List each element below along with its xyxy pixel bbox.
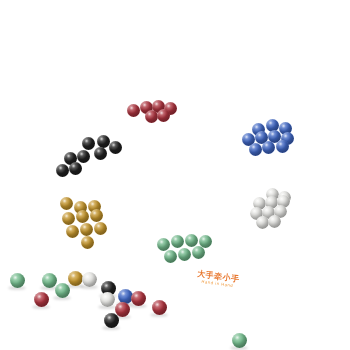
marble-black[interactable] (56, 164, 69, 177)
chess-square (44, 45, 59, 56)
board-hole (118, 200, 132, 212)
chess-square (95, 16, 111, 25)
chess-square: ♞ (93, 8, 108, 17)
chess-square (88, 56, 105, 68)
marble-yellow[interactable] (60, 197, 73, 210)
star-point-lower-right (142, 199, 218, 269)
marble-black[interactable] (97, 135, 110, 148)
board-hole (178, 128, 191, 138)
chess-piece-K[interactable]: ♚ (75, 66, 94, 89)
chess-rank-label: 6 (94, 93, 112, 98)
board-hole (200, 151, 213, 161)
corner-decor-right (253, 108, 346, 180)
board-hole (224, 177, 238, 188)
corner-decor-left (14, 170, 111, 251)
marble-red[interactable] (157, 109, 170, 122)
board-hole (213, 151, 226, 161)
marble-blue[interactable] (242, 133, 255, 146)
chinese-checkers-board (14, 62, 346, 338)
chess-piece-p[interactable]: ♟ (18, 9, 31, 25)
marble-green[interactable] (178, 248, 191, 261)
board-hole (264, 204, 278, 216)
board-hole (136, 172, 149, 183)
board-hole (213, 196, 227, 208)
marble-black[interactable] (101, 281, 116, 296)
marble-red[interactable] (152, 100, 165, 113)
board-hole (181, 161, 194, 172)
board-hole (190, 127, 203, 137)
board-hole (229, 168, 243, 179)
chess-piece-k[interactable]: ♚ (67, 0, 82, 15)
chess-file-label: A (12, 10, 18, 13)
board-hole (210, 134, 223, 144)
board-hole (239, 149, 252, 159)
marble-green[interactable] (10, 273, 25, 288)
board-hole (164, 113, 177, 122)
marble-yellow[interactable] (62, 212, 75, 225)
board-hole (176, 170, 190, 181)
board-hole (137, 190, 151, 201)
board-hole (197, 178, 211, 189)
chess-piece-n[interactable]: ♞ (91, 0, 108, 15)
marble-white[interactable] (250, 207, 263, 220)
chess-piece-q[interactable]: ♛ (54, 0, 68, 15)
board-hole (221, 159, 234, 170)
board-hole (129, 146, 142, 156)
chess-square (72, 45, 88, 56)
board-hole (192, 143, 205, 153)
board-hole (105, 200, 119, 212)
chess-square (57, 35, 72, 45)
board-hole (199, 197, 213, 209)
chess-piece-p[interactable]: ♟ (30, 9, 43, 25)
chess-square: ♟ (43, 17, 56, 26)
board-hole (149, 171, 162, 182)
board-hole (169, 105, 181, 114)
board-hole (148, 154, 161, 164)
chess-square: ♟ (56, 17, 70, 26)
board-hole (187, 152, 200, 162)
chess-rank-label: 4 (62, 92, 79, 97)
board-hole (98, 210, 112, 222)
board-hole (117, 181, 131, 192)
chess-square (73, 55, 90, 67)
board-hole (185, 135, 198, 145)
marble-green[interactable] (192, 246, 205, 259)
chess-piece-B[interactable]: ♝ (45, 66, 61, 89)
chess-square (103, 56, 121, 68)
board-hole (249, 204, 263, 216)
star-point-right (218, 174, 292, 237)
chess-piece-P[interactable]: ♟ (88, 56, 108, 78)
marble-green[interactable] (42, 273, 57, 288)
chess-square (83, 26, 99, 36)
board-hole (123, 155, 136, 165)
board-hole (163, 171, 176, 182)
marble-yellow[interactable] (90, 209, 103, 222)
chess-rank-label: 2 (30, 90, 46, 95)
marble-green[interactable] (164, 250, 177, 263)
board-hole (185, 197, 199, 209)
marble-red[interactable] (164, 102, 177, 115)
star-point-lower-left (93, 179, 166, 244)
board-hole (154, 145, 167, 155)
marble-black[interactable] (69, 162, 82, 175)
board-hole (249, 132, 262, 142)
board-hole (208, 160, 221, 171)
board-hole (147, 137, 160, 147)
board-hole (241, 195, 255, 207)
chess-square: ♟ (105, 67, 124, 80)
chess-square (70, 26, 85, 35)
marble-red[interactable] (127, 104, 140, 117)
chess-square (30, 55, 44, 66)
marble-blue[interactable] (255, 131, 268, 144)
marble-yellow[interactable] (81, 236, 94, 249)
board-hole (157, 180, 171, 191)
chess-square (71, 35, 87, 45)
star-point-left (82, 124, 150, 177)
chess-square: ♝ (92, 79, 111, 93)
board-hole (110, 139, 123, 149)
marble-green[interactable] (199, 235, 212, 248)
chess-piece-N[interactable]: ♞ (105, 67, 127, 91)
chess-square: ♜ (124, 80, 145, 94)
board-hole (142, 163, 155, 174)
chess-square: ♟ (82, 17, 97, 26)
chess-square (44, 35, 58, 45)
board-hole (179, 207, 193, 219)
board-hole (158, 198, 172, 210)
board-hole (171, 120, 184, 129)
marble-green[interactable] (55, 283, 70, 298)
board-hole (181, 227, 195, 240)
chinese-checkers-surface (14, 62, 346, 338)
chess-square: ♟ (60, 66, 76, 78)
marble-black[interactable] (77, 150, 90, 163)
board-hole (221, 206, 235, 218)
marble-red[interactable] (140, 101, 153, 114)
board-hole (98, 140, 111, 150)
marble-green[interactable] (171, 235, 184, 248)
marble-red[interactable] (152, 300, 167, 315)
chess-rank-label: 1 (15, 90, 30, 95)
board-hole (136, 154, 149, 164)
marble-white[interactable] (268, 215, 281, 228)
cyclist-character-icon (293, 127, 326, 153)
board-hole (207, 206, 221, 218)
chess-square: ♞ (30, 9, 42, 17)
chess-square (85, 35, 101, 45)
star-hexagon (110, 120, 252, 241)
board-hole (226, 150, 239, 160)
chess-square (111, 25, 128, 35)
board-hole (210, 177, 224, 188)
board-hole (158, 121, 171, 130)
board-hole (205, 187, 219, 198)
board-hole (237, 176, 251, 187)
marble-blue[interactable] (252, 123, 265, 136)
board-hole (189, 169, 203, 180)
board-hole (187, 217, 201, 229)
chess-square (86, 45, 103, 56)
marble-white[interactable] (278, 191, 291, 204)
marble-blue[interactable] (266, 119, 279, 132)
board-hole (193, 207, 207, 219)
marble-blue[interactable] (279, 122, 292, 135)
marble-yellow[interactable] (68, 271, 83, 286)
marble-black[interactable] (94, 147, 107, 160)
marble-yellow[interactable] (76, 210, 89, 223)
board-hole (235, 205, 249, 217)
marble-black[interactable] (82, 137, 95, 150)
marble-white[interactable] (277, 195, 290, 208)
board-hole (135, 138, 148, 148)
chess-square (118, 56, 137, 68)
chess-square: ♟ (75, 67, 92, 79)
chess-rank-label: 5 (78, 92, 95, 97)
chess-square (99, 35, 116, 45)
chess-piece-b[interactable]: ♝ (42, 1, 55, 16)
board-hole (244, 141, 257, 151)
chess-square: ♝ (43, 9, 56, 17)
chess-square: ♟ (121, 68, 141, 81)
marble-red[interactable] (34, 292, 49, 307)
board-hole (125, 209, 139, 221)
board-hole (138, 209, 152, 221)
chess-rank-label: 7 (111, 94, 129, 99)
marble-red[interactable] (145, 110, 158, 123)
chess-file-label: C (11, 27, 18, 30)
chess-rank-label: 8 (128, 94, 147, 99)
board-hole (174, 153, 187, 163)
marble-black[interactable] (104, 313, 119, 328)
marble-blue[interactable] (276, 140, 289, 153)
product-photo: ♜♞♝♛♚♝♞♟♟♟♟♟♟♟♟♟♟♟♟♝♛♚♝♞♜ ABCDEFGH123456… (0, 0, 350, 350)
marble-black[interactable] (64, 152, 77, 165)
board-hole (191, 188, 205, 199)
board-wood (14, 62, 346, 338)
chess-square: ♜ (18, 9, 30, 17)
board-hole (122, 139, 135, 149)
chess-square (15, 77, 30, 90)
chess-piece-Q[interactable]: ♛ (60, 66, 78, 89)
board-hole (190, 237, 205, 250)
chess-square (106, 8, 122, 17)
board-hole (232, 186, 246, 197)
chess-square: ♟ (45, 66, 61, 78)
board-hole (168, 161, 181, 172)
board-hole (151, 189, 165, 200)
chess-board: ♜♞♝♛♚♝♞♟♟♟♟♟♟♟♟♟♟♟♟♝♛♚♝♞♜ ABCDEFGH123456… (5, 2, 160, 104)
board-hole (145, 199, 159, 211)
marble-white[interactable] (100, 292, 115, 307)
marble-white[interactable] (266, 188, 279, 201)
board-hole (172, 198, 186, 210)
chess-piece-P[interactable]: ♟ (103, 56, 124, 78)
board-hole (183, 179, 197, 190)
board-hole (165, 128, 178, 138)
board-hole (176, 112, 189, 121)
chess-piece-p[interactable]: ♟ (43, 8, 57, 24)
chess-square: ♚ (67, 8, 81, 17)
chess-file-label: H (8, 78, 16, 82)
board-hole (218, 186, 232, 197)
marble-green[interactable] (157, 238, 170, 251)
board-hole (236, 133, 249, 143)
chess-square (58, 45, 73, 56)
chess-file-label: E (10, 46, 17, 49)
board-hole (215, 168, 229, 179)
chess-square (116, 45, 134, 56)
board-hole (183, 119, 196, 129)
chess-board-hinge (17, 44, 131, 46)
chess-square (17, 44, 31, 54)
board-hole (164, 189, 178, 200)
board-hole (160, 137, 173, 147)
marble-white[interactable] (262, 206, 275, 219)
chess-square: ♟ (69, 17, 84, 26)
chess-square: ♟ (90, 67, 108, 80)
chess-piece-B[interactable]: ♝ (90, 67, 110, 91)
marble-layer (0, 0, 350, 350)
chess-square: ♟ (18, 17, 31, 26)
chess-piece-b[interactable]: ♝ (79, 0, 95, 15)
chess-file-label: F (9, 56, 16, 60)
chess-square: ♟ (30, 17, 43, 26)
chess-square (30, 26, 43, 35)
chess-square: ♝ (80, 8, 95, 17)
chess-piece-P[interactable]: ♟ (44, 55, 60, 76)
chess-piece-n[interactable]: ♞ (30, 1, 42, 16)
marble-yellow[interactable] (94, 222, 107, 235)
girl-character-icon (36, 197, 66, 223)
chess-piece-p[interactable]: ♟ (55, 8, 69, 24)
marble-blue[interactable] (118, 289, 133, 304)
board-hole (111, 210, 125, 222)
board-hole (159, 218, 173, 230)
marble-blue[interactable] (262, 141, 275, 154)
board-hole (152, 208, 166, 220)
chess-piece-p[interactable]: ♟ (67, 8, 82, 24)
board-hole (246, 185, 260, 197)
board-hole (183, 248, 198, 261)
chess-square (113, 35, 131, 45)
board-hole (130, 181, 144, 192)
marble-red[interactable] (131, 291, 146, 306)
marble-white[interactable] (265, 196, 278, 209)
board-hole (234, 158, 247, 169)
board-hole (198, 135, 211, 145)
marble-black[interactable] (109, 141, 122, 154)
chess-square (17, 35, 30, 45)
board-hole (218, 142, 231, 152)
board-hole (223, 133, 236, 143)
board-hole (177, 188, 191, 199)
board-hole (167, 228, 181, 241)
board-hole (170, 179, 184, 190)
chess-piece-P[interactable]: ♟ (118, 56, 140, 78)
chess-square (43, 26, 57, 35)
board-hole (124, 172, 137, 183)
board-hole (153, 129, 166, 139)
board-hole (173, 217, 187, 229)
marble-yellow[interactable] (66, 225, 79, 238)
chess-square (30, 35, 44, 45)
board-hole (117, 164, 130, 175)
star-point-upper-left (151, 100, 217, 153)
chess-square: ♞ (108, 80, 128, 94)
marble-white[interactable] (82, 272, 97, 287)
chess-piece-P[interactable]: ♟ (73, 55, 91, 77)
board-hole (130, 163, 143, 174)
chess-square (16, 54, 30, 65)
chess-piece-p[interactable]: ♟ (80, 8, 96, 24)
chess-file-label: B (12, 18, 19, 21)
board-hole (227, 196, 241, 208)
marble-green[interactable] (232, 333, 247, 348)
chess-piece-P[interactable]: ♟ (59, 55, 76, 77)
board-hole (143, 180, 157, 191)
chess-square (44, 55, 59, 66)
chess-square: ♛ (55, 8, 69, 16)
marble-blue[interactable] (268, 130, 281, 143)
chess-square (59, 55, 75, 66)
chess-piece-R[interactable]: ♜ (121, 68, 144, 92)
marble-white[interactable] (274, 205, 287, 218)
star-point-upper-right (197, 115, 265, 171)
board-hole (111, 191, 125, 202)
marble-green[interactable] (185, 234, 198, 247)
chess-board-frame: ♜♞♝♛♚♝♞♟♟♟♟♟♟♟♟♟♟♟♟♝♛♚♝♞♜ ABCDEFGH123456… (5, 2, 160, 104)
chess-square (30, 66, 45, 78)
marble-blue[interactable] (281, 132, 294, 145)
chess-square: ♝ (45, 78, 61, 91)
chess-square: ♚ (76, 79, 94, 92)
chess-square (97, 25, 113, 35)
board-hole (124, 190, 138, 201)
board-hole (175, 238, 190, 251)
marble-yellow[interactable] (74, 201, 87, 214)
board-circle (36, 75, 325, 314)
chess-square (30, 44, 44, 54)
marble-white[interactable] (253, 197, 266, 210)
board-hole (110, 156, 123, 166)
chess-grid: ♜♞♝♛♚♝♞♟♟♟♟♟♟♟♟♟♟♟♟♝♛♚♝♞♜ (15, 8, 145, 94)
board-hole (202, 169, 216, 180)
board-hole (167, 144, 180, 154)
marble-yellow[interactable] (88, 200, 101, 213)
chess-square: ♛ (61, 78, 78, 91)
brand-text: 大手牵小手 Hand in Hand (181, 267, 254, 291)
chess-square (56, 26, 70, 35)
chess-file-label: D (10, 36, 17, 39)
marble-blue[interactable] (249, 143, 262, 156)
board-hole (104, 148, 117, 158)
chess-square (18, 26, 31, 35)
board-hole (172, 136, 185, 146)
board-hole (180, 144, 193, 154)
marble-white[interactable] (256, 216, 269, 229)
chess-square (101, 45, 119, 56)
board-hole (155, 162, 168, 173)
chess-square (30, 77, 45, 90)
chess-piece-r[interactable]: ♜ (18, 1, 30, 16)
marble-yellow[interactable] (80, 223, 93, 236)
chess-square (108, 16, 124, 25)
marble-red[interactable] (115, 302, 130, 317)
chess-square (16, 65, 31, 77)
